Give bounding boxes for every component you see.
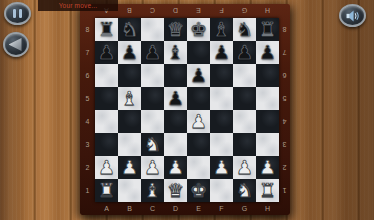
square-a2[interactable]: ♟ (95, 156, 118, 179)
square-g8[interactable]: ♞ (233, 18, 256, 41)
file-label-d: D (164, 202, 187, 214)
square-a3[interactable] (95, 133, 118, 156)
square-h3[interactable] (256, 133, 279, 156)
file-labels-bottom: ABCDEFGH (95, 202, 279, 214)
game-screen: Your move... ABCDEFGH ABCDEFGH 87654321 … (0, 0, 374, 220)
file-label-h: H (256, 5, 279, 17)
square-e4[interactable]: ♟ (187, 110, 210, 133)
square-f1[interactable] (210, 179, 233, 202)
file-label-h: H (256, 202, 279, 214)
square-g4[interactable] (233, 110, 256, 133)
square-d2[interactable]: ♟ (164, 156, 187, 179)
file-label-c: C (141, 5, 164, 17)
file-label-e: E (187, 202, 210, 214)
square-b3[interactable] (118, 133, 141, 156)
square-h1[interactable]: ♜ (256, 179, 279, 202)
square-a4[interactable] (95, 110, 118, 133)
square-g1[interactable]: ♞ (233, 179, 256, 202)
rank-label-8: 8 (80, 18, 95, 41)
piece-white-pawn-g2[interactable]: ♟ (236, 158, 253, 177)
rank-label-5: 5 (279, 87, 290, 110)
square-d5[interactable]: ♟ (164, 87, 187, 110)
board-squares: ♜♞♛♚♝♞♜♟♟♟♝♟♟♟♟♝♟♟♞♟♟♟♟♟♟♟♜♝♛♚♞♜ (95, 18, 279, 202)
file-label-d: D (164, 5, 187, 17)
rank-label-3: 3 (80, 133, 95, 156)
file-label-c: C (141, 202, 164, 214)
piece-white-bishop-b5[interactable]: ♝ (121, 89, 138, 108)
piece-white-pawn-b2[interactable]: ♟ (121, 158, 138, 177)
square-e3[interactable] (187, 133, 210, 156)
rank-label-2: 2 (80, 156, 95, 179)
square-g5[interactable] (233, 87, 256, 110)
piece-black-pawn-g7[interactable]: ♟ (236, 43, 253, 62)
square-c6[interactable] (141, 64, 164, 87)
piece-white-queen-d1[interactable]: ♛ (167, 181, 184, 200)
square-b5[interactable]: ♝ (118, 87, 141, 110)
rank-label-1: 1 (279, 179, 290, 202)
square-g6[interactable] (233, 64, 256, 87)
square-b6[interactable] (118, 64, 141, 87)
square-a1[interactable]: ♜ (95, 179, 118, 202)
rank-label-6: 6 (279, 64, 290, 87)
piece-black-queen-d8[interactable]: ♛ (167, 20, 184, 39)
file-label-f: F (210, 202, 233, 214)
rank-label-4: 4 (80, 110, 95, 133)
square-c1[interactable]: ♝ (141, 179, 164, 202)
chess-board: ABCDEFGH ABCDEFGH 87654321 87654321 ♜♞♛♚… (80, 4, 290, 215)
square-f6[interactable] (210, 64, 233, 87)
square-b8[interactable]: ♞ (118, 18, 141, 41)
square-h4[interactable] (256, 110, 279, 133)
square-d8[interactable]: ♛ (164, 18, 187, 41)
square-e1[interactable]: ♚ (187, 179, 210, 202)
file-label-b: B (118, 5, 141, 17)
rank-label-7: 7 (279, 41, 290, 64)
square-h5[interactable] (256, 87, 279, 110)
back-button[interactable] (3, 32, 29, 57)
square-g2[interactable]: ♟ (233, 156, 256, 179)
piece-black-pawn-h7[interactable]: ♟ (259, 43, 276, 62)
sound-button[interactable] (339, 4, 366, 27)
file-label-f: F (210, 5, 233, 17)
piece-white-pawn-h2[interactable]: ♟ (259, 158, 276, 177)
piece-white-knight-c3[interactable]: ♞ (144, 135, 161, 154)
square-c5[interactable] (141, 87, 164, 110)
square-d1[interactable]: ♛ (164, 179, 187, 202)
square-h7[interactable]: ♟ (256, 41, 279, 64)
piece-white-bishop-c1[interactable]: ♝ (144, 181, 161, 200)
square-c4[interactable] (141, 110, 164, 133)
piece-black-rook-h8[interactable]: ♜ (259, 20, 276, 39)
piece-black-pawn-c7[interactable]: ♟ (144, 43, 161, 62)
file-label-a: A (95, 202, 118, 214)
square-a7[interactable]: ♟ (95, 41, 118, 64)
square-e2[interactable] (187, 156, 210, 179)
rank-labels-left: 87654321 (80, 18, 95, 202)
square-e5[interactable] (187, 87, 210, 110)
piece-white-pawn-e4[interactable]: ♟ (190, 112, 207, 131)
square-d7[interactable]: ♝ (164, 41, 187, 64)
square-b2[interactable]: ♟ (118, 156, 141, 179)
square-c3[interactable]: ♞ (141, 133, 164, 156)
square-f2[interactable]: ♟ (210, 156, 233, 179)
piece-black-knight-b8[interactable]: ♞ (121, 20, 138, 39)
piece-black-knight-g8[interactable]: ♞ (236, 20, 253, 39)
rank-labels-right: 87654321 (279, 18, 290, 202)
file-label-b: B (118, 202, 141, 214)
piece-black-pawn-b7[interactable]: ♟ (121, 43, 138, 62)
square-b4[interactable] (118, 110, 141, 133)
piece-black-bishop-d7[interactable]: ♝ (167, 43, 184, 62)
square-d6[interactable] (164, 64, 187, 87)
speaker-icon (346, 10, 359, 22)
status-message: Your move... (59, 2, 98, 9)
piece-black-pawn-a7[interactable]: ♟ (98, 43, 115, 62)
square-d4[interactable] (164, 110, 187, 133)
square-c2[interactable]: ♟ (141, 156, 164, 179)
square-f7[interactable]: ♟ (210, 41, 233, 64)
square-f5[interactable] (210, 87, 233, 110)
file-label-e: E (187, 5, 210, 17)
square-d3[interactable] (164, 133, 187, 156)
piece-white-pawn-f2[interactable]: ♟ (213, 158, 230, 177)
square-e8[interactable]: ♚ (187, 18, 210, 41)
square-h8[interactable]: ♜ (256, 18, 279, 41)
rank-label-2: 2 (279, 156, 290, 179)
piece-black-pawn-e6[interactable]: ♟ (190, 66, 207, 85)
square-f3[interactable] (210, 133, 233, 156)
rank-label-6: 6 (80, 64, 95, 87)
piece-black-rook-a8[interactable]: ♜ (98, 20, 115, 39)
square-g7[interactable]: ♟ (233, 41, 256, 64)
piece-black-pawn-d5[interactable]: ♟ (167, 89, 184, 108)
square-a6[interactable] (95, 64, 118, 87)
status-toast: Your move... (38, 0, 118, 11)
piece-white-pawn-d2[interactable]: ♟ (167, 158, 184, 177)
pause-button[interactable] (4, 2, 31, 25)
square-b7[interactable]: ♟ (118, 41, 141, 64)
file-label-g: G (233, 5, 256, 17)
rank-label-4: 4 (279, 110, 290, 133)
piece-black-bishop-f8[interactable]: ♝ (213, 20, 230, 39)
piece-black-pawn-f7[interactable]: ♟ (213, 43, 230, 62)
square-e7[interactable] (187, 41, 210, 64)
square-e6[interactable]: ♟ (187, 64, 210, 87)
square-c7[interactable]: ♟ (141, 41, 164, 64)
square-h2[interactable]: ♟ (256, 156, 279, 179)
square-a5[interactable] (95, 87, 118, 110)
square-b1[interactable] (118, 179, 141, 202)
rank-label-7: 7 (80, 41, 95, 64)
file-label-g: G (233, 202, 256, 214)
piece-black-king-e8[interactable]: ♚ (190, 20, 207, 39)
piece-white-knight-g1[interactable]: ♞ (236, 181, 253, 200)
back-arrow-icon (9, 38, 22, 51)
piece-white-rook-a1[interactable]: ♜ (98, 181, 115, 200)
piece-white-rook-h1[interactable]: ♜ (259, 181, 276, 200)
square-h6[interactable] (256, 64, 279, 87)
square-g3[interactable] (233, 133, 256, 156)
rank-label-5: 5 (80, 87, 95, 110)
square-f4[interactable] (210, 110, 233, 133)
rank-label-8: 8 (279, 18, 290, 41)
pause-icon (13, 9, 22, 18)
piece-white-pawn-a2[interactable]: ♟ (98, 158, 115, 177)
piece-white-king-e1[interactable]: ♚ (190, 181, 207, 200)
square-f8[interactable]: ♝ (210, 18, 233, 41)
square-c8[interactable] (141, 18, 164, 41)
square-a8[interactable]: ♜ (95, 18, 118, 41)
file-labels-top: ABCDEFGH (95, 5, 279, 17)
piece-white-pawn-c2[interactable]: ♟ (144, 158, 161, 177)
rank-label-3: 3 (279, 133, 290, 156)
rank-label-1: 1 (80, 179, 95, 202)
